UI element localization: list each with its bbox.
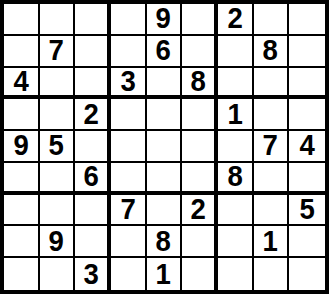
given-digit: 3	[120, 68, 135, 96]
cell-r4c7[interactable]: 1	[218, 99, 254, 131]
cell-r4c1[interactable]	[4, 99, 40, 131]
given-digit: 4	[299, 131, 314, 160]
cell-r3c8[interactable]	[254, 68, 290, 100]
cell-r6c1[interactable]	[4, 163, 40, 195]
given-digit: 9	[49, 227, 64, 256]
cell-r4c8[interactable]	[254, 99, 290, 131]
cell-r1c2[interactable]	[40, 4, 76, 36]
given-digit: 2	[190, 195, 205, 224]
cell-r3c3[interactable]	[75, 68, 111, 100]
cell-r1c3[interactable]	[75, 4, 111, 36]
cell-r5c9[interactable]: 4	[289, 131, 325, 163]
cell-r5c7[interactable]	[218, 131, 254, 163]
cell-r6c8[interactable]	[254, 163, 290, 195]
given-digit: 1	[227, 100, 242, 129]
cell-r2c5[interactable]: 6	[147, 36, 183, 68]
given-digit: 3	[83, 260, 98, 289]
cell-r6c4[interactable]	[111, 163, 147, 195]
cell-r1c9[interactable]	[289, 4, 325, 36]
cell-r2c1[interactable]	[4, 36, 40, 68]
cell-r1c4[interactable]	[111, 4, 147, 36]
cell-r7c7[interactable]	[218, 195, 254, 227]
given-digit: 8	[263, 36, 278, 65]
cell-r2c7[interactable]	[218, 36, 254, 68]
cell-r6c2[interactable]	[40, 163, 76, 195]
cell-r7c9[interactable]: 5	[289, 195, 325, 227]
given-digit: 9	[13, 131, 28, 160]
given-digit: 7	[120, 195, 135, 224]
cell-r1c5[interactable]: 9	[147, 4, 183, 36]
cell-r7c2[interactable]	[40, 195, 76, 227]
cell-r8c3[interactable]	[75, 226, 111, 258]
given-digit: 1	[263, 227, 278, 256]
cell-r5c1[interactable]: 9	[4, 131, 40, 163]
cell-r5c6[interactable]	[182, 131, 218, 163]
cell-r5c3[interactable]	[75, 131, 111, 163]
given-digit: 8	[227, 163, 242, 191]
cell-r9c8[interactable]	[254, 258, 290, 290]
cell-r4c3[interactable]: 2	[75, 99, 111, 131]
cell-r5c4[interactable]	[111, 131, 147, 163]
cell-r3c1[interactable]: 4	[4, 68, 40, 100]
given-digit: 8	[190, 68, 205, 96]
cell-r4c4[interactable]	[111, 99, 147, 131]
cell-r7c4[interactable]: 7	[111, 195, 147, 227]
cell-r1c1[interactable]	[4, 4, 40, 36]
cell-r9c9[interactable]	[289, 258, 325, 290]
cell-r7c8[interactable]	[254, 195, 290, 227]
cell-r9c5[interactable]: 1	[147, 258, 183, 290]
cell-r3c9[interactable]	[289, 68, 325, 100]
given-digit: 5	[299, 195, 314, 224]
cell-r9c3[interactable]: 3	[75, 258, 111, 290]
cell-r4c5[interactable]	[147, 99, 183, 131]
given-digit: 8	[156, 227, 171, 256]
given-digit: 5	[49, 131, 64, 160]
cell-r3c7[interactable]	[218, 68, 254, 100]
cell-r6c3[interactable]: 6	[75, 163, 111, 195]
cell-r3c5[interactable]	[147, 68, 183, 100]
cell-r9c1[interactable]	[4, 258, 40, 290]
cell-r7c3[interactable]	[75, 195, 111, 227]
cell-r9c2[interactable]	[40, 258, 76, 290]
sudoku-board: 927684382195746872598131	[0, 0, 329, 294]
cell-r3c4[interactable]: 3	[111, 68, 147, 100]
cell-r6c9[interactable]	[289, 163, 325, 195]
cell-r8c5[interactable]: 8	[147, 226, 183, 258]
given-digit: 6	[83, 163, 98, 191]
given-digit: 2	[83, 100, 98, 129]
cell-r8c4[interactable]	[111, 226, 147, 258]
cell-r4c2[interactable]	[40, 99, 76, 131]
cell-r8c7[interactable]	[218, 226, 254, 258]
given-digit: 1	[156, 260, 171, 289]
cell-r5c5[interactable]	[147, 131, 183, 163]
cell-r7c5[interactable]	[147, 195, 183, 227]
cell-r2c3[interactable]	[75, 36, 111, 68]
cell-r2c2[interactable]: 7	[40, 36, 76, 68]
cell-r9c7[interactable]	[218, 258, 254, 290]
cell-r3c2[interactable]	[40, 68, 76, 100]
cell-r4c9[interactable]	[289, 99, 325, 131]
cell-r3c6[interactable]: 8	[182, 68, 218, 100]
cell-r9c6[interactable]	[182, 258, 218, 290]
given-digit: 9	[156, 4, 171, 33]
cell-r6c5[interactable]	[147, 163, 183, 195]
cell-r2c6[interactable]	[182, 36, 218, 68]
given-digit: 6	[156, 36, 171, 65]
cell-r2c8[interactable]: 8	[254, 36, 290, 68]
cell-r6c7[interactable]: 8	[218, 163, 254, 195]
cell-r1c8[interactable]	[254, 4, 290, 36]
cell-r8c2[interactable]: 9	[40, 226, 76, 258]
given-digit: 2	[227, 4, 242, 33]
cell-r7c6[interactable]: 2	[182, 195, 218, 227]
cell-r8c9[interactable]	[289, 226, 325, 258]
cell-r8c1[interactable]	[4, 226, 40, 258]
cell-r8c8[interactable]: 1	[254, 226, 290, 258]
cell-r5c8[interactable]: 7	[254, 131, 290, 163]
cell-r7c1[interactable]	[4, 195, 40, 227]
cell-r8c6[interactable]	[182, 226, 218, 258]
cell-r9c4[interactable]	[111, 258, 147, 290]
cell-r1c6[interactable]	[182, 4, 218, 36]
cell-r2c4[interactable]	[111, 36, 147, 68]
cell-r1c7[interactable]: 2	[218, 4, 254, 36]
given-digit: 4	[13, 68, 28, 96]
cell-r6c6[interactable]	[182, 163, 218, 195]
cell-r5c2[interactable]: 5	[40, 131, 76, 163]
cell-r2c9[interactable]	[289, 36, 325, 68]
cell-r4c6[interactable]	[182, 99, 218, 131]
given-digit: 7	[49, 36, 64, 65]
given-digit: 7	[263, 131, 278, 160]
